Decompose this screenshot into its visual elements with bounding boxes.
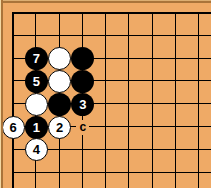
stone-black-5: 5 [25,70,48,93]
stone-white [48,70,71,93]
go-board-diagram: 7536124c [0,0,211,188]
move-number-label: 6 [9,121,16,134]
board-edge-bevel-left [0,0,3,188]
stone-white-6: 6 [2,116,25,139]
point-marker-c: c [76,120,89,135]
board-edge-bevel-top [0,0,211,3]
move-number-label: 7 [33,52,40,65]
stone-black [71,70,94,93]
stone-white-4: 4 [25,138,48,161]
stone-white-2: 2 [48,116,71,139]
move-number-label: 2 [56,121,63,134]
move-number-label: 3 [79,98,86,111]
stone-black-1: 1 [25,116,48,139]
stone-black-3: 3 [71,93,94,116]
stone-black-7: 7 [25,47,48,70]
stone-white [48,47,71,70]
move-number-label: 4 [33,143,40,156]
move-number-label: 1 [33,121,40,134]
move-number-label: 5 [33,75,40,88]
stones-layer: 7536124c [0,0,211,188]
stone-black [71,47,94,70]
stone-white [25,93,48,116]
stone-black [48,93,71,116]
